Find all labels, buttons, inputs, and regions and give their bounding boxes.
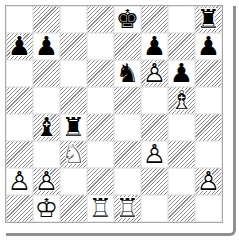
- piece-glyph: ♟: [6, 33, 33, 60]
- square-d3[interactable]: [87, 141, 114, 168]
- square-c8[interactable]: [60, 6, 87, 33]
- square-a1[interactable]: [6, 195, 33, 222]
- square-b6[interactable]: [33, 60, 60, 87]
- square-c5[interactable]: [60, 87, 87, 114]
- square-a7[interactable]: ♟♟: [6, 33, 33, 60]
- piece-white-rook-d1[interactable]: ♜♖: [87, 195, 114, 222]
- square-f6[interactable]: ♟♙: [141, 60, 168, 87]
- square-e7[interactable]: [114, 33, 141, 60]
- square-e6[interactable]: ♞♞: [114, 60, 141, 87]
- square-c2[interactable]: [60, 168, 87, 195]
- square-g8[interactable]: [168, 6, 195, 33]
- piece-glyph: ♟: [195, 33, 222, 60]
- square-h1[interactable]: [195, 195, 222, 222]
- square-b7[interactable]: ♟♟: [33, 33, 60, 60]
- square-e1[interactable]: ♜♖: [114, 195, 141, 222]
- piece-glyph: ♘: [60, 141, 87, 168]
- piece-black-pawn-g6[interactable]: ♟♟: [168, 60, 195, 87]
- piece-glyph: ♞: [114, 60, 141, 87]
- chess-board: ♚♚♜♜♟♟♟♟♟♟♟♟♞♞♟♙♟♟♝♗♝♝♜♜♞♘♟♙♟♙♟♙♟♙♚♔♜♖♜♖: [5, 5, 223, 223]
- square-b5[interactable]: [33, 87, 60, 114]
- piece-glyph: ♙: [141, 141, 168, 168]
- square-a2[interactable]: ♟♙: [6, 168, 33, 195]
- square-a6[interactable]: [6, 60, 33, 87]
- piece-glyph: ♝: [33, 114, 60, 141]
- square-d1[interactable]: ♜♖: [87, 195, 114, 222]
- square-f5[interactable]: [141, 87, 168, 114]
- square-e2[interactable]: [114, 168, 141, 195]
- square-h6[interactable]: [195, 60, 222, 87]
- piece-glyph: ♖: [114, 195, 141, 222]
- piece-glyph: ♙: [6, 168, 33, 195]
- square-f3[interactable]: ♟♙: [141, 141, 168, 168]
- square-d8[interactable]: [87, 6, 114, 33]
- square-a3[interactable]: [6, 141, 33, 168]
- square-g7[interactable]: [168, 33, 195, 60]
- square-g2[interactable]: [168, 168, 195, 195]
- chess-diagram: ♚♚♜♜♟♟♟♟♟♟♟♟♞♞♟♙♟♟♝♗♝♝♜♜♞♘♟♙♟♙♟♙♟♙♚♔♜♖♜♖: [0, 0, 239, 244]
- piece-black-pawn-b7[interactable]: ♟♟: [33, 33, 60, 60]
- square-c7[interactable]: [60, 33, 87, 60]
- piece-glyph: ♖: [87, 195, 114, 222]
- square-d2[interactable]: [87, 168, 114, 195]
- square-f4[interactable]: [141, 114, 168, 141]
- square-f8[interactable]: [141, 6, 168, 33]
- piece-glyph: ♙: [141, 60, 168, 87]
- piece-black-pawn-h7[interactable]: ♟♟: [195, 33, 222, 60]
- piece-black-bishop-b4[interactable]: ♝♝: [33, 114, 60, 141]
- piece-glyph: ♜: [60, 114, 87, 141]
- square-h8[interactable]: ♜♜: [195, 6, 222, 33]
- square-e5[interactable]: [114, 87, 141, 114]
- piece-white-pawn-h2[interactable]: ♟♙: [195, 168, 222, 195]
- piece-glyph: ♚: [114, 6, 141, 33]
- square-h4[interactable]: [195, 114, 222, 141]
- piece-white-pawn-b2[interactable]: ♟♙: [33, 168, 60, 195]
- square-h7[interactable]: ♟♟: [195, 33, 222, 60]
- square-b4[interactable]: ♝♝: [33, 114, 60, 141]
- square-g1[interactable]: [168, 195, 195, 222]
- square-g6[interactable]: ♟♟: [168, 60, 195, 87]
- square-d7[interactable]: [87, 33, 114, 60]
- piece-glyph: ♟: [141, 33, 168, 60]
- square-g3[interactable]: [168, 141, 195, 168]
- square-f7[interactable]: ♟♟: [141, 33, 168, 60]
- square-a5[interactable]: [6, 87, 33, 114]
- square-c4[interactable]: ♜♜: [60, 114, 87, 141]
- piece-glyph: ♙: [195, 168, 222, 195]
- piece-black-knight-e6[interactable]: ♞♞: [114, 60, 141, 87]
- piece-glyph: ♗: [168, 87, 195, 114]
- square-c3[interactable]: ♞♘: [60, 141, 87, 168]
- piece-black-king-e8[interactable]: ♚♚: [114, 6, 141, 33]
- square-b8[interactable]: [33, 6, 60, 33]
- piece-white-king-b1[interactable]: ♚♔: [33, 195, 60, 222]
- square-h2[interactable]: ♟♙: [195, 168, 222, 195]
- piece-white-knight-c3[interactable]: ♞♘: [60, 141, 87, 168]
- square-h3[interactable]: [195, 141, 222, 168]
- piece-white-bishop-g5[interactable]: ♝♗: [168, 87, 195, 114]
- square-d4[interactable]: [87, 114, 114, 141]
- square-a4[interactable]: [6, 114, 33, 141]
- piece-glyph: ♟: [33, 33, 60, 60]
- square-c1[interactable]: [60, 195, 87, 222]
- piece-white-pawn-a2[interactable]: ♟♙: [6, 168, 33, 195]
- square-f1[interactable]: [141, 195, 168, 222]
- piece-black-rook-h8[interactable]: ♜♜: [195, 6, 222, 33]
- piece-black-rook-c4[interactable]: ♜♜: [60, 114, 87, 141]
- square-a8[interactable]: [6, 6, 33, 33]
- square-c6[interactable]: [60, 60, 87, 87]
- piece-white-pawn-f6[interactable]: ♟♙: [141, 60, 168, 87]
- piece-black-pawn-a7[interactable]: ♟♟: [6, 33, 33, 60]
- piece-glyph: ♙: [33, 168, 60, 195]
- square-d6[interactable]: [87, 60, 114, 87]
- square-e3[interactable]: [114, 141, 141, 168]
- square-d5[interactable]: [87, 87, 114, 114]
- piece-glyph: ♔: [33, 195, 60, 222]
- square-g5[interactable]: ♝♗: [168, 87, 195, 114]
- square-f2[interactable]: [141, 168, 168, 195]
- square-b2[interactable]: ♟♙: [33, 168, 60, 195]
- square-b3[interactable]: [33, 141, 60, 168]
- piece-white-rook-e1[interactable]: ♜♖: [114, 195, 141, 222]
- square-h5[interactable]: [195, 87, 222, 114]
- square-g4[interactable]: [168, 114, 195, 141]
- piece-white-pawn-f3[interactable]: ♟♙: [141, 141, 168, 168]
- piece-black-pawn-f7[interactable]: ♟♟: [141, 33, 168, 60]
- piece-glyph: ♟: [168, 60, 195, 87]
- piece-glyph: ♜: [195, 6, 222, 33]
- square-b1[interactable]: ♚♔: [33, 195, 60, 222]
- square-e4[interactable]: [114, 114, 141, 141]
- square-e8[interactable]: ♚♚: [114, 6, 141, 33]
